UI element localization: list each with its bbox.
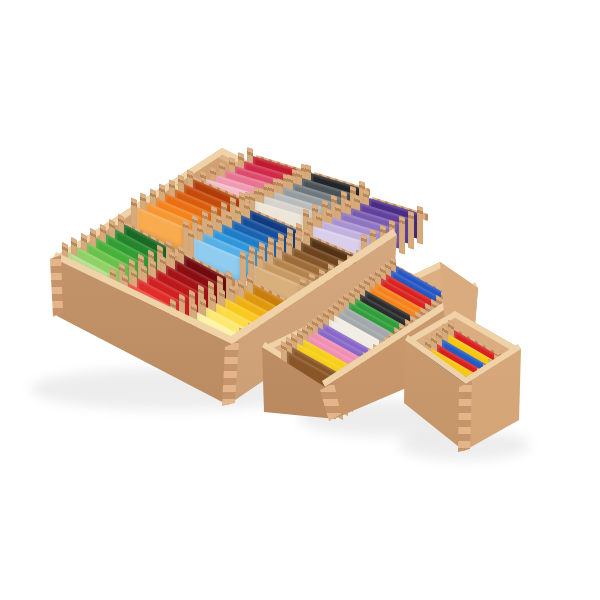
montessori-color-boxes-photo <box>0 0 600 600</box>
